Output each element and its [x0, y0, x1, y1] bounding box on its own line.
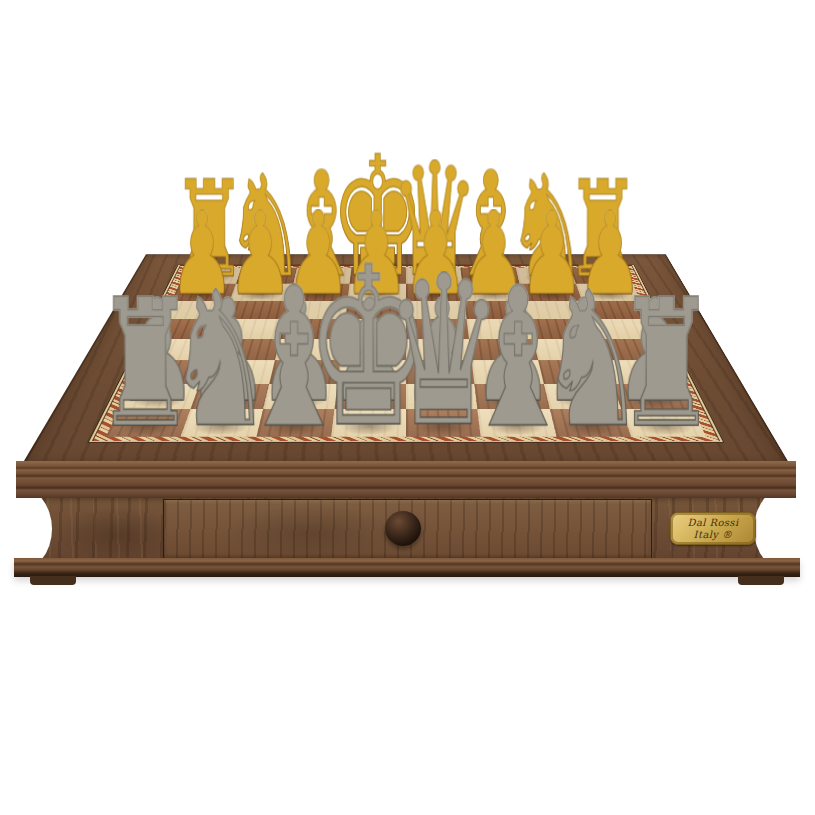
playing-field: ♜♞♝♚♛♝♞♜♟♟♟♟♟♟♟♟♟♟♟♟♟♟♟♟♜♞♝♚♛♝♞♜	[106, 268, 706, 437]
piece-black-knight[interactable]: ♞	[539, 288, 646, 433]
piece-black-queen[interactable]: ♛	[384, 271, 503, 433]
square-g8[interactable]: ♞	[181, 409, 263, 437]
piece-black-knight[interactable]: ♞	[166, 288, 273, 433]
brand-plaque: Dal Rossi Italy ®	[670, 512, 756, 545]
square-b8[interactable]: ♞	[549, 409, 631, 437]
top-molding	[16, 461, 796, 498]
foot-left	[30, 576, 76, 585]
square-d8[interactable]: ♛	[406, 409, 481, 437]
chess-board: ♜♞♝♚♛♝♞♜♟♟♟♟♟♟♟♟♟♟♟♟♟♟♟♟♜♞♝♚♛♝♞♜	[22, 254, 790, 464]
drawer-knob[interactable]	[385, 511, 421, 546]
chess-set-scene: ♜♞♝♚♛♝♞♜♟♟♟♟♟♟♟♟♟♟♟♟♟♟♟♟♜♞♝♚♛♝♞♜ Dal Ros…	[0, 0, 815, 815]
bottom-molding	[14, 558, 800, 577]
foot-right	[738, 576, 784, 585]
plaque-line-2: Italy ®	[694, 529, 733, 541]
plaque-line-1: Dal Rossi	[688, 517, 739, 529]
